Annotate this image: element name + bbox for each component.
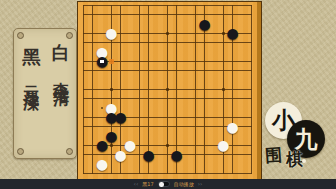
white-stone: ● — [218, 140, 228, 150]
black-stone: ● — [200, 19, 210, 29]
brand-logo: 小 九 围 棋 — [263, 100, 331, 172]
marker-dot — [101, 107, 104, 110]
black-player-column: 黑 元晟溱 — [20, 47, 42, 85]
logo-white-dot-icon — [302, 159, 306, 163]
black-stone: ● — [172, 150, 182, 160]
app-background: 白 李维清 黑 元晟溱 ●●●●●●●●●●●●●●●●● 小 九 围 棋 ‹‹… — [0, 0, 336, 189]
white-stone: ● — [97, 159, 107, 169]
last-move-marker — [100, 60, 103, 63]
toggle-knob-icon — [159, 182, 163, 186]
star-point — [166, 88, 169, 91]
next-move-button[interactable]: ›› — [198, 179, 203, 189]
star-point — [166, 32, 169, 35]
black-stone: ● — [228, 28, 238, 38]
hint-marker — [109, 59, 114, 64]
white-stone: ● — [228, 122, 238, 132]
playback-bar: ‹‹ 黑17 自动播放 ›› — [0, 179, 336, 189]
black-stone: ● — [116, 112, 126, 122]
logo-text-wei: 围 — [264, 143, 283, 167]
scroll-rivet-icon — [66, 32, 73, 39]
go-board[interactable]: ●●●●●●●●●●●●●●●●● — [78, 2, 261, 186]
prev-move-button[interactable]: ‹‹ — [134, 179, 139, 189]
black-player-label: 黑 — [22, 47, 40, 66]
star-point — [222, 88, 225, 91]
board-grid: ●●●●●●●●●●●●●●●●● — [83, 5, 252, 174]
players-scroll-panel: 白 李维清 黑 元晟溱 — [13, 28, 77, 159]
logo-text-qi: 棋 — [285, 148, 303, 172]
autoplay-label: 自动播放 — [174, 179, 194, 189]
move-counter: 黑17 — [142, 179, 153, 189]
white-player-column: 白 李维清 — [50, 43, 72, 81]
scroll-rivet-icon — [17, 32, 24, 39]
scroll-rivet-icon — [66, 148, 73, 155]
star-point — [222, 32, 225, 35]
black-player-name: 元晟溱 — [21, 73, 41, 85]
black-stone: ● — [97, 140, 107, 150]
star-point — [166, 144, 169, 147]
black-stone: ● — [144, 150, 154, 160]
scroll-rivet-icon — [17, 148, 24, 155]
star-point — [110, 144, 113, 147]
white-player-label: 白 — [52, 43, 70, 62]
white-player-name: 李维清 — [51, 69, 71, 81]
star-point — [110, 88, 113, 91]
autoplay-toggle[interactable] — [158, 181, 170, 187]
white-stone: ● — [106, 28, 116, 38]
white-stone: ● — [116, 150, 126, 160]
